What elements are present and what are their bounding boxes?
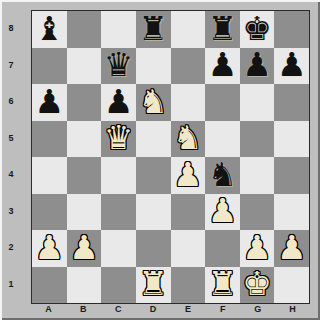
square-a3[interactable] [32,194,67,231]
board: ♝♜♜♚♛♟♟♟♟♟♞♛♞♟♞♟♟♟♟♟♜♜♚ [31,10,310,304]
black-rook[interactable]: ♜ [208,12,238,45]
white-queen[interactable]: ♛ [104,121,134,154]
white-rook[interactable]: ♜ [208,267,238,300]
square-h7[interactable]: ♟ [274,48,309,85]
square-g3[interactable] [240,194,275,231]
square-c4[interactable] [101,157,136,194]
square-b7[interactable] [67,48,102,85]
white-pawn[interactable]: ♟ [173,158,203,191]
white-pawn[interactable]: ♟ [208,194,238,227]
square-a1[interactable] [32,267,67,304]
square-b1[interactable] [67,267,102,304]
square-b4[interactable] [67,157,102,194]
square-h3[interactable] [274,194,309,231]
white-knight[interactable]: ♞ [173,121,203,154]
square-f1[interactable]: ♜ [205,267,240,304]
file-label-h: H [275,303,310,316]
square-f7[interactable]: ♟ [205,48,240,85]
square-a6[interactable]: ♟ [32,84,67,121]
square-d2[interactable] [136,230,171,267]
file-label-d: D [136,303,171,316]
square-h4[interactable] [274,157,309,194]
black-pawn[interactable]: ♟ [242,48,272,81]
square-g5[interactable] [240,121,275,158]
square-h8[interactable] [274,11,309,48]
square-d8[interactable]: ♜ [136,11,171,48]
square-d1[interactable]: ♜ [136,267,171,304]
square-a5[interactable] [32,121,67,158]
black-queen[interactable]: ♛ [104,48,134,81]
rank-label-4: 4 [0,156,31,193]
rank-label-2: 2 [0,229,31,266]
square-d4[interactable] [136,157,171,194]
rank-label-5: 5 [0,120,31,157]
rank-labels: 87654321 [0,10,31,302]
square-f6[interactable] [205,84,240,121]
file-label-e: E [171,303,206,316]
rank-label-8: 8 [0,10,31,47]
black-pawn[interactable]: ♟ [104,85,134,118]
rank-label-1: 1 [0,266,31,303]
square-h5[interactable] [274,121,309,158]
square-f2[interactable] [205,230,240,267]
square-b2[interactable]: ♟ [67,230,102,267]
square-g8[interactable]: ♚ [240,11,275,48]
black-bishop[interactable]: ♝ [35,12,65,45]
square-g7[interactable]: ♟ [240,48,275,85]
white-knight[interactable]: ♞ [138,85,168,118]
square-c7[interactable]: ♛ [101,48,136,85]
square-c6[interactable]: ♟ [101,84,136,121]
square-e2[interactable] [171,230,206,267]
square-a2[interactable]: ♟ [32,230,67,267]
square-f5[interactable] [205,121,240,158]
square-d3[interactable] [136,194,171,231]
square-e7[interactable] [171,48,206,85]
square-a7[interactable] [32,48,67,85]
black-king[interactable]: ♚ [242,12,272,45]
white-pawn[interactable]: ♟ [35,231,65,264]
square-e8[interactable] [171,11,206,48]
square-c1[interactable] [101,267,136,304]
square-e6[interactable] [171,84,206,121]
square-h2[interactable]: ♟ [274,230,309,267]
square-c5[interactable]: ♛ [101,121,136,158]
square-g2[interactable]: ♟ [240,230,275,267]
square-b3[interactable] [67,194,102,231]
file-labels: ABCDEFGH [31,303,310,316]
white-pawn[interactable]: ♟ [69,231,99,264]
square-f3[interactable]: ♟ [205,194,240,231]
square-c2[interactable] [101,230,136,267]
square-a4[interactable] [32,157,67,194]
square-g6[interactable] [240,84,275,121]
square-g4[interactable] [240,157,275,194]
square-g1[interactable]: ♚ [240,267,275,304]
square-b6[interactable] [67,84,102,121]
square-h1[interactable] [274,267,309,304]
square-h6[interactable] [274,84,309,121]
file-label-c: C [101,303,136,316]
rank-label-3: 3 [0,193,31,230]
square-d6[interactable]: ♞ [136,84,171,121]
file-label-f: F [205,303,240,316]
square-c3[interactable] [101,194,136,231]
square-d5[interactable] [136,121,171,158]
file-label-b: B [66,303,101,316]
black-rook[interactable]: ♜ [138,12,168,45]
square-e1[interactable] [171,267,206,304]
file-label-g: G [240,303,275,316]
white-king[interactable]: ♚ [242,267,272,300]
black-pawn[interactable]: ♟ [277,48,307,81]
board-frame: 87654321 ♝♜♜♚♛♟♟♟♟♟♞♛♞♟♞♟♟♟♟♟♜♜♚ ABCDEFG… [0,0,320,320]
rank-label-6: 6 [0,83,31,120]
white-pawn[interactable]: ♟ [242,231,272,264]
white-pawn[interactable]: ♟ [277,231,307,264]
white-rook[interactable]: ♜ [138,267,168,300]
square-c8[interactable] [101,11,136,48]
square-a8[interactable]: ♝ [32,11,67,48]
square-e4[interactable]: ♟ [171,157,206,194]
square-b5[interactable] [67,121,102,158]
square-f8[interactable]: ♜ [205,11,240,48]
square-d7[interactable] [136,48,171,85]
file-label-a: A [31,303,66,316]
square-e5[interactable]: ♞ [171,121,206,158]
square-e3[interactable] [171,194,206,231]
black-knight[interactable]: ♞ [208,158,238,191]
square-f4[interactable]: ♞ [205,157,240,194]
rank-label-7: 7 [0,47,31,84]
black-pawn[interactable]: ♟ [35,85,65,118]
black-pawn[interactable]: ♟ [208,48,238,81]
square-b8[interactable] [67,11,102,48]
